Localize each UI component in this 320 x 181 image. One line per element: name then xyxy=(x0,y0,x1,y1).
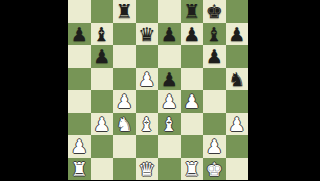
white-queen[interactable]: ♛ xyxy=(138,158,155,180)
square-c6[interactable] xyxy=(113,45,136,68)
square-h1[interactable] xyxy=(226,158,249,181)
black-pawn[interactable]: ♟ xyxy=(183,23,200,45)
square-b7[interactable]: ♝ xyxy=(91,23,114,46)
white-pawn[interactable]: ♟ xyxy=(116,90,133,112)
square-a2[interactable]: ♟ xyxy=(68,135,91,158)
square-b1[interactable] xyxy=(91,158,114,181)
black-pawn[interactable]: ♟ xyxy=(228,23,245,45)
square-a7[interactable]: ♟ xyxy=(68,23,91,46)
black-queen[interactable]: ♛ xyxy=(138,23,155,45)
square-b6[interactable]: ♟ xyxy=(91,45,114,68)
square-d4[interactable] xyxy=(136,90,159,113)
square-c5[interactable] xyxy=(113,68,136,91)
square-e7[interactable]: ♟ xyxy=(158,23,181,46)
square-e6[interactable] xyxy=(158,45,181,68)
square-d1[interactable]: ♛ xyxy=(136,158,159,181)
square-f1[interactable]: ♜ xyxy=(181,158,204,181)
square-c3[interactable]: ♞ xyxy=(113,113,136,136)
white-pawn[interactable]: ♟ xyxy=(183,90,200,112)
square-g5[interactable] xyxy=(203,68,226,91)
square-c2[interactable] xyxy=(113,135,136,158)
square-d7[interactable]: ♛ xyxy=(136,23,159,46)
square-g3[interactable] xyxy=(203,113,226,136)
black-bishop[interactable]: ♝ xyxy=(93,23,110,45)
square-g8[interactable]: ♚ xyxy=(203,0,226,23)
black-pawn[interactable]: ♟ xyxy=(161,23,178,45)
square-c4[interactable]: ♟ xyxy=(113,90,136,113)
black-rook[interactable]: ♜ xyxy=(116,0,133,22)
square-b2[interactable] xyxy=(91,135,114,158)
square-h2[interactable] xyxy=(226,135,249,158)
square-a6[interactable] xyxy=(68,45,91,68)
chess-app-viewport: ♜♜♚♟♝♛♟♟♝♟♟♟♟♟♞♟♟♟♟♞♝♝♟♟♟♜♛♜♚ xyxy=(0,0,320,180)
square-f6[interactable] xyxy=(181,45,204,68)
white-bishop[interactable]: ♝ xyxy=(161,113,178,135)
square-d8[interactable] xyxy=(136,0,159,23)
square-f8[interactable]: ♜ xyxy=(181,0,204,23)
white-pawn[interactable]: ♟ xyxy=(206,135,223,157)
black-pawn[interactable]: ♟ xyxy=(71,23,88,45)
square-e4[interactable]: ♟ xyxy=(158,90,181,113)
square-h6[interactable] xyxy=(226,45,249,68)
white-pawn[interactable]: ♟ xyxy=(228,113,245,135)
square-e3[interactable]: ♝ xyxy=(158,113,181,136)
white-rook[interactable]: ♜ xyxy=(71,158,88,180)
black-bishop[interactable]: ♝ xyxy=(206,23,223,45)
square-h3[interactable]: ♟ xyxy=(226,113,249,136)
square-g4[interactable] xyxy=(203,90,226,113)
white-pawn[interactable]: ♟ xyxy=(71,135,88,157)
square-a1[interactable]: ♜ xyxy=(68,158,91,181)
square-h4[interactable] xyxy=(226,90,249,113)
white-bishop[interactable]: ♝ xyxy=(138,113,155,135)
black-king[interactable]: ♚ xyxy=(206,0,223,22)
white-knight[interactable]: ♞ xyxy=(116,113,133,135)
square-e5[interactable]: ♟ xyxy=(158,68,181,91)
square-a8[interactable] xyxy=(68,0,91,23)
white-rook[interactable]: ♜ xyxy=(183,158,200,180)
square-e1[interactable] xyxy=(158,158,181,181)
black-pawn[interactable]: ♟ xyxy=(161,68,178,90)
square-a3[interactable] xyxy=(68,113,91,136)
square-h7[interactable]: ♟ xyxy=(226,23,249,46)
square-b8[interactable] xyxy=(91,0,114,23)
square-f4[interactable]: ♟ xyxy=(181,90,204,113)
square-c8[interactable]: ♜ xyxy=(113,0,136,23)
square-g1[interactable]: ♚ xyxy=(203,158,226,181)
square-e2[interactable] xyxy=(158,135,181,158)
square-b4[interactable] xyxy=(91,90,114,113)
square-f5[interactable] xyxy=(181,68,204,91)
white-pawn[interactable]: ♟ xyxy=(93,113,110,135)
chess-board: ♜♜♚♟♝♛♟♟♝♟♟♟♟♟♞♟♟♟♟♞♝♝♟♟♟♜♛♜♚ xyxy=(68,0,248,180)
square-e8[interactable] xyxy=(158,0,181,23)
square-a4[interactable] xyxy=(68,90,91,113)
square-h8[interactable] xyxy=(226,0,249,23)
square-b3[interactable]: ♟ xyxy=(91,113,114,136)
square-b5[interactable] xyxy=(91,68,114,91)
square-f2[interactable] xyxy=(181,135,204,158)
square-c7[interactable] xyxy=(113,23,136,46)
square-h5[interactable]: ♞ xyxy=(226,68,249,91)
white-pawn[interactable]: ♟ xyxy=(161,90,178,112)
square-g6[interactable]: ♟ xyxy=(203,45,226,68)
black-knight[interactable]: ♞ xyxy=(228,68,245,90)
square-c1[interactable] xyxy=(113,158,136,181)
square-f7[interactable]: ♟ xyxy=(181,23,204,46)
white-king[interactable]: ♚ xyxy=(206,158,223,180)
square-g2[interactable]: ♟ xyxy=(203,135,226,158)
square-d5[interactable]: ♟ xyxy=(136,68,159,91)
black-rook[interactable]: ♜ xyxy=(183,0,200,22)
square-d6[interactable] xyxy=(136,45,159,68)
black-pawn[interactable]: ♟ xyxy=(206,45,223,67)
square-g7[interactable]: ♝ xyxy=(203,23,226,46)
square-a5[interactable] xyxy=(68,68,91,91)
square-f3[interactable] xyxy=(181,113,204,136)
black-pawn[interactable]: ♟ xyxy=(93,45,110,67)
square-d3[interactable]: ♝ xyxy=(136,113,159,136)
square-d2[interactable] xyxy=(136,135,159,158)
white-pawn[interactable]: ♟ xyxy=(138,68,155,90)
